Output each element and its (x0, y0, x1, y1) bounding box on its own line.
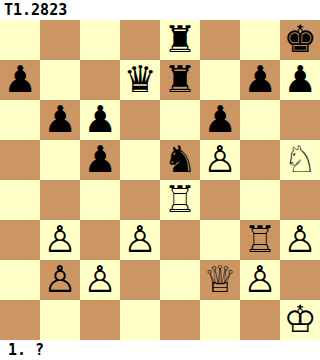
square-a1[interactable] (0, 300, 40, 340)
square-f1[interactable] (200, 300, 240, 340)
square-c1[interactable] (80, 300, 120, 340)
square-d4[interactable] (120, 180, 160, 220)
square-h6[interactable] (280, 100, 320, 140)
square-f4[interactable] (200, 180, 240, 220)
square-a4[interactable] (0, 180, 40, 220)
white-pawn-piece: ♙ (43, 260, 76, 300)
square-d5[interactable] (120, 140, 160, 180)
square-a8[interactable] (0, 20, 40, 60)
square-d3[interactable]: ♙ (120, 220, 160, 260)
square-d8[interactable] (120, 20, 160, 60)
square-g3[interactable]: ♖ (240, 220, 280, 260)
move-prompt: 1. ? (0, 340, 320, 360)
square-d2[interactable] (120, 260, 160, 300)
white-rook-piece: ♖ (243, 220, 276, 260)
square-b8[interactable] (40, 20, 80, 60)
square-h2[interactable] (280, 260, 320, 300)
black-rook-piece: ♜ (163, 60, 196, 100)
black-pawn-piece: ♟ (243, 60, 276, 100)
square-e8[interactable]: ♜ (160, 20, 200, 60)
square-b1[interactable] (40, 300, 80, 340)
square-h8[interactable]: ♚ (280, 20, 320, 60)
puzzle-id-label: T1.2823 (0, 0, 320, 20)
square-h3[interactable]: ♙ (280, 220, 320, 260)
square-h1[interactable]: ♔ (280, 300, 320, 340)
square-a3[interactable] (0, 220, 40, 260)
square-b4[interactable] (40, 180, 80, 220)
white-pawn-piece: ♙ (283, 220, 316, 260)
white-pawn-piece: ♙ (203, 140, 236, 180)
black-pawn-piece: ♟ (283, 60, 316, 100)
square-f5[interactable]: ♙ (200, 140, 240, 180)
white-pawn-piece: ♙ (123, 220, 156, 260)
square-f6[interactable]: ♟ (200, 100, 240, 140)
square-c3[interactable] (80, 220, 120, 260)
square-h5[interactable]: ♘ (280, 140, 320, 180)
square-a7[interactable]: ♟ (0, 60, 40, 100)
square-c2[interactable]: ♙ (80, 260, 120, 300)
black-pawn-piece: ♟ (83, 100, 116, 140)
white-pawn-piece: ♙ (43, 220, 76, 260)
square-b5[interactable] (40, 140, 80, 180)
square-d6[interactable] (120, 100, 160, 140)
black-knight-piece: ♞ (163, 140, 196, 180)
white-queen-piece: ♕ (203, 260, 236, 300)
square-c6[interactable]: ♟ (80, 100, 120, 140)
square-g7[interactable]: ♟ (240, 60, 280, 100)
square-h4[interactable] (280, 180, 320, 220)
square-a5[interactable] (0, 140, 40, 180)
black-rook-piece: ♜ (163, 20, 196, 60)
square-c5[interactable]: ♟ (80, 140, 120, 180)
square-h7[interactable]: ♟ (280, 60, 320, 100)
square-e3[interactable] (160, 220, 200, 260)
square-c8[interactable] (80, 20, 120, 60)
square-g4[interactable] (240, 180, 280, 220)
chess-board: ♜♚♟♛♜♟♟♟♟♟♟♞♙♘♖♙♙♖♙♙♙♕♙♔ (0, 20, 320, 340)
square-e4[interactable]: ♖ (160, 180, 200, 220)
square-d1[interactable] (120, 300, 160, 340)
square-c7[interactable] (80, 60, 120, 100)
square-b7[interactable] (40, 60, 80, 100)
square-e1[interactable] (160, 300, 200, 340)
square-f7[interactable] (200, 60, 240, 100)
square-b6[interactable]: ♟ (40, 100, 80, 140)
black-king-piece: ♚ (283, 20, 316, 60)
square-g2[interactable]: ♙ (240, 260, 280, 300)
square-e5[interactable]: ♞ (160, 140, 200, 180)
black-pawn-piece: ♟ (203, 100, 236, 140)
square-e2[interactable] (160, 260, 200, 300)
black-pawn-piece: ♟ (3, 60, 36, 100)
square-g8[interactable] (240, 20, 280, 60)
square-g1[interactable] (240, 300, 280, 340)
square-b2[interactable]: ♙ (40, 260, 80, 300)
black-pawn-piece: ♟ (83, 140, 116, 180)
square-f3[interactable] (200, 220, 240, 260)
white-knight-piece: ♘ (283, 140, 316, 180)
square-a2[interactable] (0, 260, 40, 300)
square-d7[interactable]: ♛ (120, 60, 160, 100)
square-e6[interactable] (160, 100, 200, 140)
white-rook-piece: ♖ (163, 180, 196, 220)
square-f8[interactable] (200, 20, 240, 60)
white-pawn-piece: ♙ (243, 260, 276, 300)
square-e7[interactable]: ♜ (160, 60, 200, 100)
black-queen-piece: ♛ (123, 60, 156, 100)
white-king-piece: ♔ (283, 300, 316, 340)
square-g5[interactable] (240, 140, 280, 180)
square-g6[interactable] (240, 100, 280, 140)
square-c4[interactable] (80, 180, 120, 220)
square-b3[interactable]: ♙ (40, 220, 80, 260)
square-f2[interactable]: ♕ (200, 260, 240, 300)
black-pawn-piece: ♟ (43, 100, 76, 140)
white-pawn-piece: ♙ (83, 260, 116, 300)
square-a6[interactable] (0, 100, 40, 140)
